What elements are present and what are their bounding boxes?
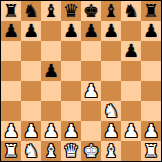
square-h3[interactable]: [141, 101, 161, 121]
square-d2[interactable]: ♟: [61, 121, 81, 141]
white-pawn[interactable]: ♟: [83, 81, 99, 101]
white-bishop[interactable]: ♝: [103, 141, 119, 161]
square-f4[interactable]: [101, 81, 121, 101]
square-h2[interactable]: ♟: [141, 121, 161, 141]
white-pawn[interactable]: ♟: [3, 121, 19, 141]
square-c6[interactable]: [41, 41, 61, 61]
square-b2[interactable]: ♟: [21, 121, 41, 141]
square-h8[interactable]: ♜: [141, 1, 161, 21]
square-b3[interactable]: [21, 101, 41, 121]
square-a7[interactable]: ♟: [1, 21, 21, 41]
black-pawn[interactable]: ♟: [63, 21, 79, 41]
square-h6[interactable]: [141, 41, 161, 61]
square-g8[interactable]: ♞: [121, 1, 141, 21]
black-pawn[interactable]: ♟: [43, 61, 59, 81]
black-bishop[interactable]: ♝: [103, 1, 119, 21]
square-h7[interactable]: ♟: [141, 21, 161, 41]
square-c2[interactable]: ♟: [41, 121, 61, 141]
chess-board: ♜♞♝♛♚♝♞♜♟♟♟♟♟♟♟♟♟♞♟♟♟♟♟♟♟♜♞♝♛♚♝♜: [0, 0, 162, 162]
square-f6[interactable]: [101, 41, 121, 61]
white-pawn[interactable]: ♟: [43, 121, 59, 141]
square-b1[interactable]: ♞: [21, 141, 41, 161]
square-d5[interactable]: [61, 61, 81, 81]
black-pawn[interactable]: ♟: [103, 21, 119, 41]
square-c8[interactable]: ♝: [41, 1, 61, 21]
black-pawn[interactable]: ♟: [143, 21, 159, 41]
square-b4[interactable]: [21, 81, 41, 101]
square-e4[interactable]: ♟: [81, 81, 101, 101]
square-b8[interactable]: ♞: [21, 1, 41, 21]
square-d6[interactable]: [61, 41, 81, 61]
square-b7[interactable]: ♟: [21, 21, 41, 41]
white-knight[interactable]: ♞: [103, 101, 119, 121]
square-a3[interactable]: [1, 101, 21, 121]
square-f3[interactable]: ♞: [101, 101, 121, 121]
square-a2[interactable]: ♟: [1, 121, 21, 141]
square-f1[interactable]: ♝: [101, 141, 121, 161]
square-f8[interactable]: ♝: [101, 1, 121, 21]
square-a4[interactable]: [1, 81, 21, 101]
square-g5[interactable]: [121, 61, 141, 81]
chess-board-grid: ♜♞♝♛♚♝♞♜♟♟♟♟♟♟♟♟♟♞♟♟♟♟♟♟♟♜♞♝♛♚♝♜: [1, 1, 161, 161]
white-rook[interactable]: ♜: [3, 141, 19, 161]
square-g2[interactable]: ♟: [121, 121, 141, 141]
white-pawn[interactable]: ♟: [23, 121, 39, 141]
square-e3[interactable]: [81, 101, 101, 121]
white-pawn[interactable]: ♟: [123, 121, 139, 141]
square-d1[interactable]: ♛: [61, 141, 81, 161]
square-e7[interactable]: ♟: [81, 21, 101, 41]
square-c5[interactable]: ♟: [41, 61, 61, 81]
square-d8[interactable]: ♛: [61, 1, 81, 21]
square-e8[interactable]: ♚: [81, 1, 101, 21]
black-knight[interactable]: ♞: [123, 1, 139, 21]
square-h4[interactable]: [141, 81, 161, 101]
square-g4[interactable]: [121, 81, 141, 101]
square-c4[interactable]: [41, 81, 61, 101]
white-rook[interactable]: ♜: [143, 141, 159, 161]
square-f2[interactable]: ♟: [101, 121, 121, 141]
square-d3[interactable]: [61, 101, 81, 121]
square-c3[interactable]: [41, 101, 61, 121]
square-g7[interactable]: [121, 21, 141, 41]
square-f5[interactable]: [101, 61, 121, 81]
white-pawn[interactable]: ♟: [63, 121, 79, 141]
square-h5[interactable]: [141, 61, 161, 81]
black-pawn[interactable]: ♟: [3, 21, 19, 41]
square-d7[interactable]: ♟: [61, 21, 81, 41]
square-e2[interactable]: [81, 121, 101, 141]
white-queen[interactable]: ♛: [63, 141, 79, 161]
square-a6[interactable]: [1, 41, 21, 61]
square-e1[interactable]: ♚: [81, 141, 101, 161]
square-b5[interactable]: [21, 61, 41, 81]
square-d4[interactable]: [61, 81, 81, 101]
square-e6[interactable]: [81, 41, 101, 61]
black-pawn[interactable]: ♟: [123, 41, 139, 61]
white-pawn[interactable]: ♟: [103, 121, 119, 141]
white-knight[interactable]: ♞: [23, 141, 39, 161]
square-b6[interactable]: [21, 41, 41, 61]
square-a8[interactable]: ♜: [1, 1, 21, 21]
square-g1[interactable]: [121, 141, 141, 161]
square-c1[interactable]: ♝: [41, 141, 61, 161]
white-pawn[interactable]: ♟: [143, 121, 159, 141]
square-g3[interactable]: [121, 101, 141, 121]
square-a1[interactable]: ♜: [1, 141, 21, 161]
square-c7[interactable]: [41, 21, 61, 41]
square-g6[interactable]: ♟: [121, 41, 141, 61]
white-bishop[interactable]: ♝: [43, 141, 59, 161]
square-e5[interactable]: [81, 61, 101, 81]
black-pawn[interactable]: ♟: [23, 21, 39, 41]
white-king[interactable]: ♚: [83, 141, 99, 161]
black-king[interactable]: ♚: [83, 1, 99, 21]
black-pawn[interactable]: ♟: [83, 21, 99, 41]
square-h1[interactable]: ♜: [141, 141, 161, 161]
black-bishop[interactable]: ♝: [43, 1, 59, 21]
black-rook[interactable]: ♜: [3, 1, 19, 21]
black-queen[interactable]: ♛: [63, 1, 79, 21]
square-f7[interactable]: ♟: [101, 21, 121, 41]
black-rook[interactable]: ♜: [143, 1, 159, 21]
black-knight[interactable]: ♞: [23, 1, 39, 21]
square-a5[interactable]: [1, 61, 21, 81]
